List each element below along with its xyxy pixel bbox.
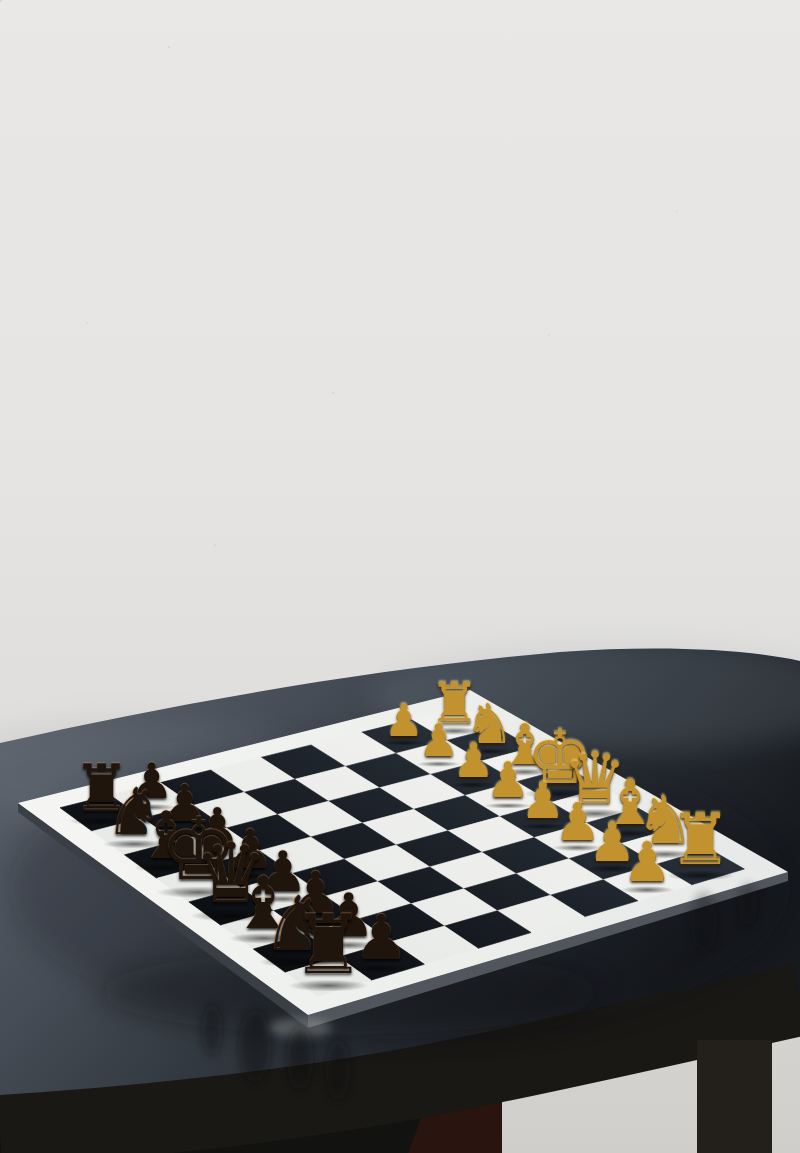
piece-white-pawn-a2[interactable]: ♟	[622, 836, 671, 888]
table-and-board-canvas	[0, 0, 800, 1153]
scene: ♜♞♝♛♚♝♞♜♟♟♟♟♟♟♟♟♟♟♟♟♟♟♟♟♜♞♝♛♚♝♞♜	[0, 0, 800, 1153]
piece-shadow	[620, 886, 674, 894]
piece-black-rook-a8[interactable]: ♜	[291, 906, 365, 984]
piece-shadow	[666, 870, 735, 880]
piece-shadow	[288, 980, 369, 992]
table-leg	[697, 1040, 772, 1153]
piece-white-rook-a1[interactable]: ♜	[669, 807, 732, 874]
